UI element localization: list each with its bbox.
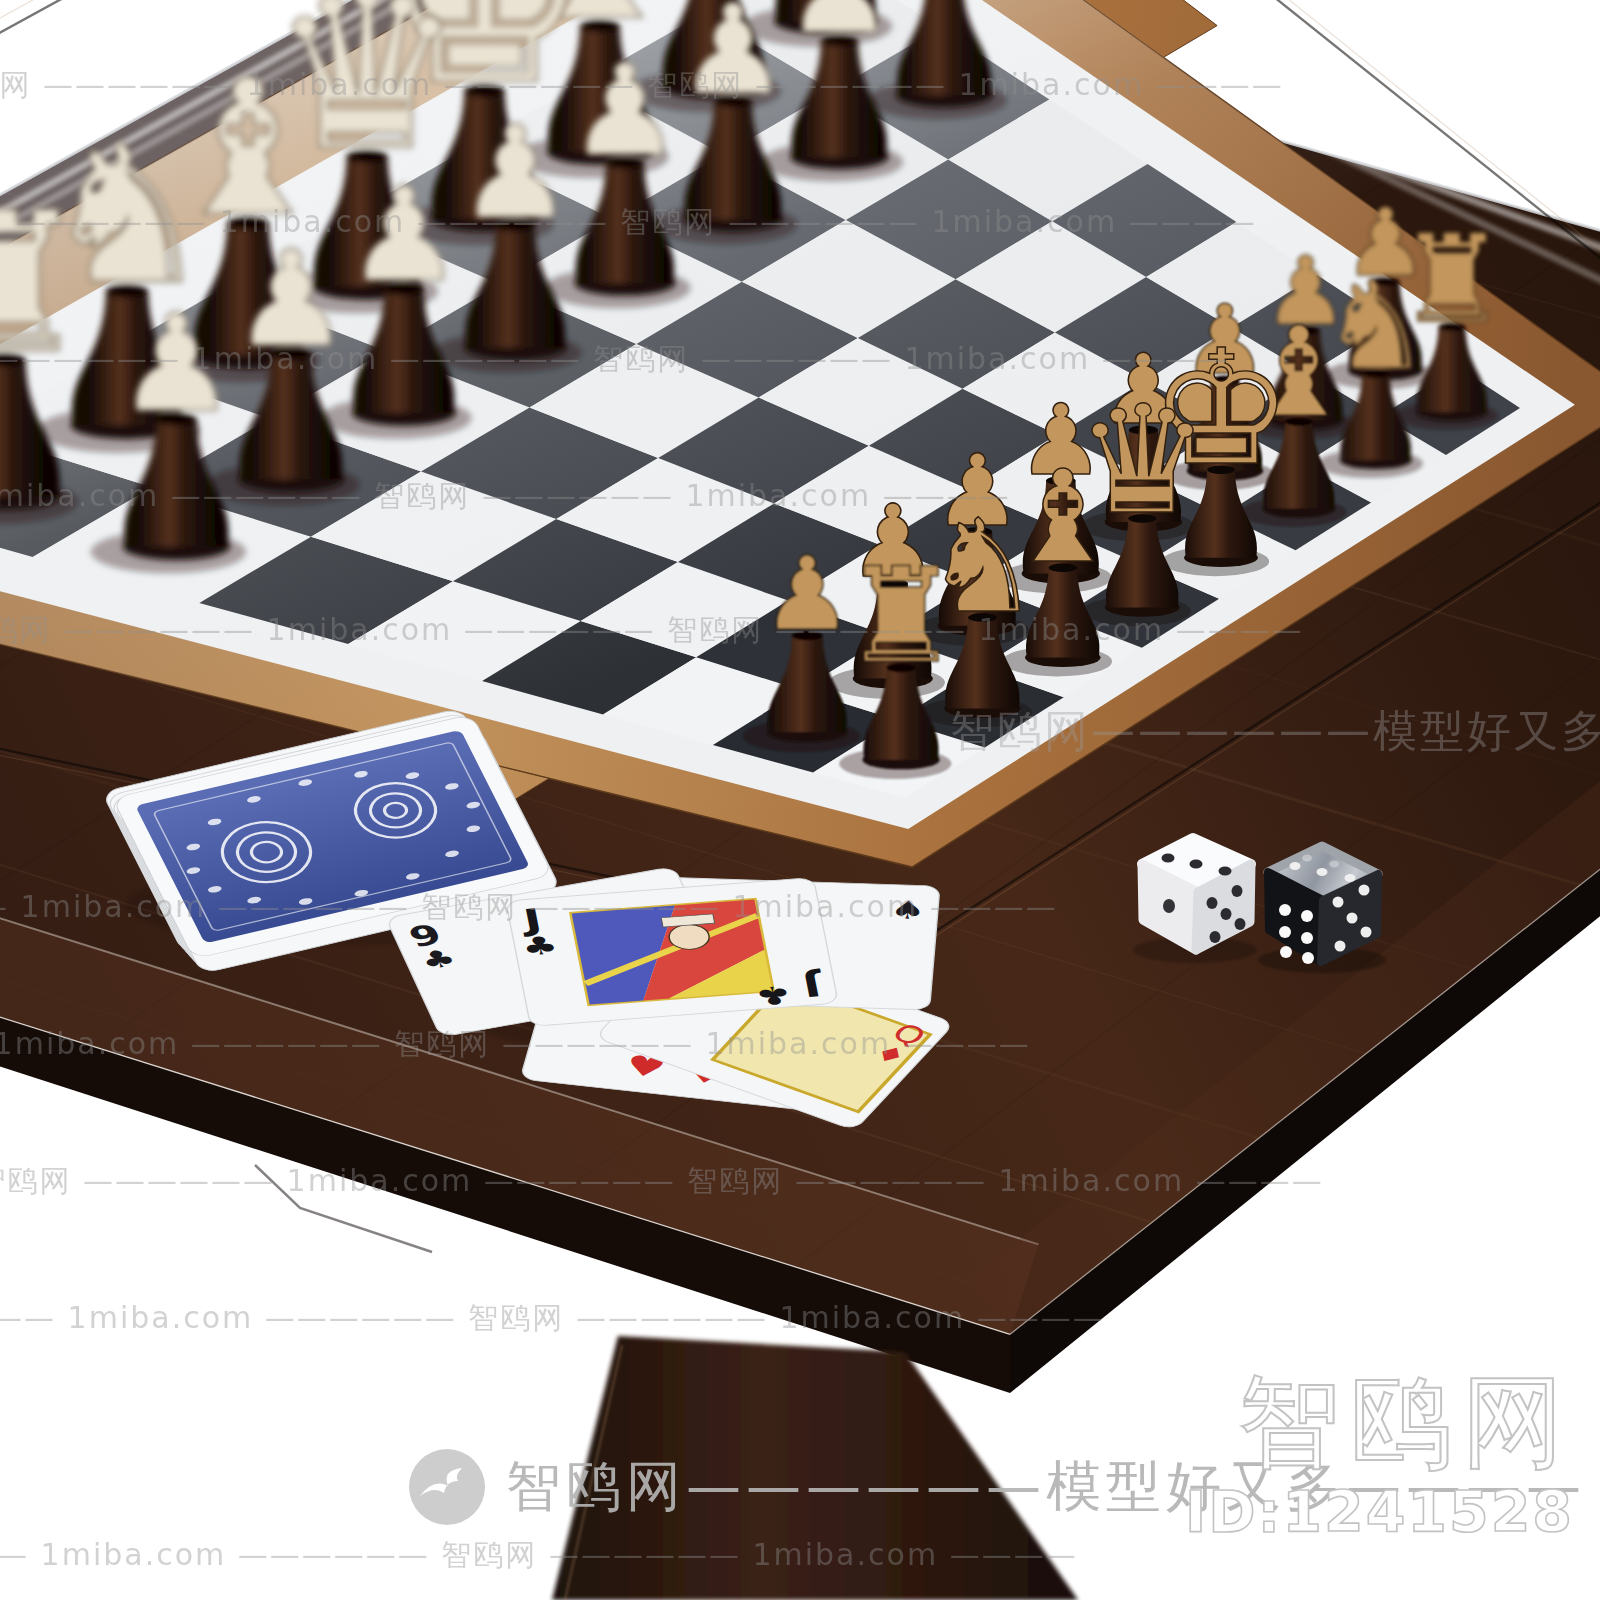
site-watermark-block: 智鸥网 ID:1241528: [1185, 1368, 1574, 1545]
product-photo-stage: ♜♞♟♝♟♚♟♟♛♟♝♟♜♟♟♞♞♟♟♜♝♟♟♚♟♛♟♝♟♞♟♜♥♥♥♥♥8Q♦…: [0, 0, 1600, 1600]
watermark-row: ———— 智鸥网 —————— 1miba.com —————— 智鸥网 ———…: [0, 1026, 1031, 1061]
svg-text:♟: ♟: [568, 37, 681, 184]
image-id: ID:1241528: [1185, 1479, 1574, 1545]
render-scene: ♜♞♟♝♟♚♟♟♛♟♝♟♜♟♟♞♞♟♟♜♝♟♟♚♟♛♟♝♟♞♟♜♥♥♥♥♥8Q♦…: [0, 0, 1600, 1600]
watermark-row: —————— 智鸥网 —————— 1miba.com —————— 智鸥网 —…: [0, 341, 1230, 376]
svg-text:♟: ♟: [890, 0, 998, 1]
svg-text:♣: ♣: [753, 980, 794, 1012]
watermark-row: —— 智鸥网 —————— 1miba.com —————— 智鸥网 —————…: [0, 889, 1058, 924]
watermark-row: —————— 智鸥网 —————— 1miba.com —————— 智鸥网 —…: [0, 1163, 1324, 1198]
watermark-row: —— 智鸥网 —————— 1miba.com —————— 智鸥网 —————…: [0, 478, 1011, 513]
watermark-row: ———— 智鸥网 —————— 1miba.com —————— 智鸥网 ———…: [0, 612, 1304, 647]
watermark-site-name: 智鸥网: [1185, 1368, 1574, 1475]
svg-text:♟: ♟: [784, 0, 894, 61]
watermark-row: —— 智鸥网 —————— 1miba.com —————— 智鸥网 —————…: [0, 67, 1284, 102]
watermark-logo-icon: [408, 1448, 486, 1526]
svg-text:♟: ♟: [677, 0, 789, 122]
watermark-row: 智鸥网——————模型好又多————: [950, 705, 1600, 756]
die-white: [1142, 838, 1251, 950]
watermark-row: ———— 智鸥网 —————— 1miba.com —————— 智鸥网 ———…: [0, 204, 1257, 239]
watermark-row: ———— 智鸥网 —————— 1miba.com —————— 智鸥网 ———…: [0, 1537, 1078, 1572]
watermark-row: —— 智鸥网 —————— 1miba.com —————— 智鸥网 —————…: [0, 1300, 1105, 1335]
svg-text:♣: ♣: [519, 930, 560, 962]
